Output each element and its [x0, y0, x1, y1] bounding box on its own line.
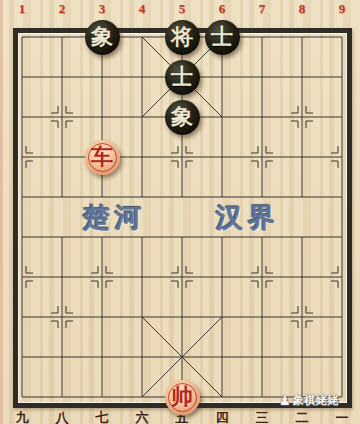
pawn-logo-icon: ♟ — [279, 393, 291, 408]
point-mark — [306, 121, 313, 128]
top-file-label: 9 — [322, 2, 360, 16]
point-mark — [266, 161, 273, 168]
point-mark — [91, 281, 98, 288]
point-mark — [266, 146, 273, 153]
point-mark — [171, 266, 178, 273]
point-mark — [26, 146, 33, 153]
watermark: ♟ 象棋姥姥 — [279, 393, 339, 408]
point-mark — [251, 146, 258, 153]
point-mark — [306, 321, 313, 328]
bottom-file-label: 八 — [42, 411, 82, 424]
point-mark — [51, 321, 58, 328]
point-mark — [251, 281, 258, 288]
river-text-right: 汉界 — [198, 200, 298, 236]
top-file-label: 4 — [122, 2, 162, 16]
point-mark — [266, 281, 273, 288]
point-mark — [26, 266, 33, 273]
bottom-file-label: 九 — [2, 411, 42, 424]
top-file-label: 8 — [282, 2, 322, 16]
bottom-file-label: 二 — [282, 411, 322, 424]
top-file-label: 6 — [202, 2, 242, 16]
point-mark — [51, 306, 58, 313]
top-file-label: 2 — [42, 2, 82, 16]
point-mark — [51, 121, 58, 128]
point-mark — [26, 281, 33, 288]
point-mark — [186, 281, 193, 288]
point-mark — [106, 266, 113, 273]
point-mark — [331, 266, 338, 273]
point-mark — [291, 306, 298, 313]
bottom-file-label: 七 — [82, 411, 122, 424]
bottom-file-label: 四 — [202, 411, 242, 424]
point-mark — [266, 266, 273, 273]
point-mark — [26, 161, 33, 168]
bottom-file-label: 三 — [242, 411, 282, 424]
point-mark — [51, 106, 58, 113]
point-mark — [291, 106, 298, 113]
point-mark — [186, 161, 193, 168]
point-mark — [291, 121, 298, 128]
top-file-label: 5 — [162, 2, 202, 16]
top-file-label: 7 — [242, 2, 282, 16]
point-mark — [66, 121, 73, 128]
point-mark — [331, 161, 338, 168]
point-mark — [251, 161, 258, 168]
point-mark — [186, 146, 193, 153]
point-mark — [66, 306, 73, 313]
point-mark — [106, 281, 113, 288]
point-mark — [171, 161, 178, 168]
piece-black-象[interactable]: 象 — [165, 100, 200, 135]
point-mark — [66, 106, 73, 113]
point-mark — [66, 321, 73, 328]
piece-black-将[interactable]: 将 — [165, 20, 200, 55]
watermark-text: 象棋姥姥 — [293, 393, 339, 408]
bottom-file-label: 一 — [322, 411, 360, 424]
point-mark — [306, 306, 313, 313]
piece-red-帅[interactable]: 帅 — [165, 380, 200, 415]
top-file-label: 1 — [2, 2, 42, 16]
river-text-left: 楚河 — [65, 200, 165, 236]
point-mark — [291, 321, 298, 328]
point-mark — [306, 106, 313, 113]
point-mark — [171, 281, 178, 288]
bottom-file-label: 六 — [122, 411, 162, 424]
point-mark — [331, 146, 338, 153]
point-mark — [171, 146, 178, 153]
piece-red-车[interactable]: 车 — [85, 140, 120, 175]
piece-black-士[interactable]: 士 — [165, 60, 200, 95]
piece-black-象[interactable]: 象 — [85, 20, 120, 55]
point-mark — [251, 266, 258, 273]
point-mark — [186, 266, 193, 273]
point-mark — [91, 266, 98, 273]
top-file-label: 3 — [82, 2, 122, 16]
point-mark — [331, 281, 338, 288]
piece-black-士[interactable]: 士 — [205, 20, 240, 55]
